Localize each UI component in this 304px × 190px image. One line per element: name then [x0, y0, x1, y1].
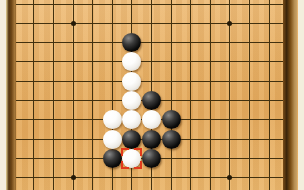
- last-move-marker: [121, 148, 142, 169]
- black-stone: [162, 130, 181, 149]
- black-stone: [162, 110, 181, 129]
- white-stone: [122, 52, 141, 71]
- marker-corner: [121, 161, 129, 169]
- white-stone: [103, 130, 122, 149]
- marker-corner: [121, 148, 129, 156]
- black-stone: [142, 130, 161, 149]
- gomoku-board[interactable]: [0, 0, 304, 190]
- black-stone: [142, 91, 161, 110]
- marker-corner: [134, 161, 142, 169]
- white-stone: [122, 110, 141, 129]
- white-stone: [103, 110, 122, 129]
- black-stone: [122, 33, 141, 52]
- white-stone: [142, 110, 161, 129]
- marker-corner: [134, 148, 142, 156]
- stones-layer: [0, 0, 304, 190]
- black-stone: [122, 130, 141, 149]
- white-stone: [122, 72, 141, 91]
- black-stone: [103, 149, 122, 168]
- black-stone: [142, 149, 161, 168]
- white-stone: [122, 91, 141, 110]
